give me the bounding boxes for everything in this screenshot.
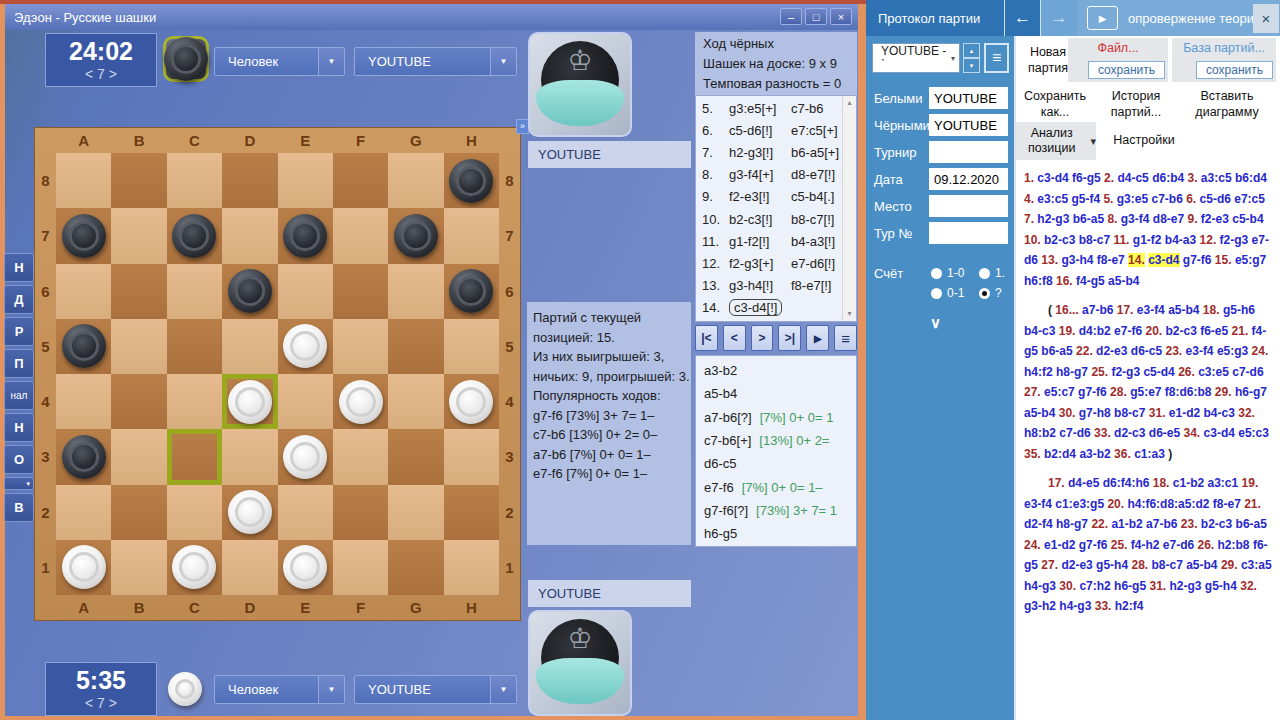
forward-arrow-button[interactable]: → xyxy=(1041,0,1077,36)
notation-move[interactable]: a3:c1 xyxy=(1207,476,1238,490)
square-g4[interactable] xyxy=(388,374,443,429)
square-a7[interactable] xyxy=(56,208,111,263)
notation-move[interactable]: g7-f6 xyxy=(1078,385,1107,399)
maximize-button[interactable]: □ xyxy=(805,8,827,25)
notation-move[interactable]: g7-f6 xyxy=(1079,538,1108,552)
menu-icon[interactable]: ≡ xyxy=(984,43,1009,73)
notation-move[interactable]: h2:f4 xyxy=(1115,599,1144,613)
notation-move[interactable]: g5-f4 xyxy=(1071,192,1100,206)
notation-move[interactable]: d2-f4 xyxy=(1024,517,1053,531)
square-d7[interactable] xyxy=(222,208,277,263)
notation-move[interactable]: f6-e5 xyxy=(1200,324,1228,338)
notation-move[interactable]: g3:e5 xyxy=(1117,192,1148,206)
notation-move[interactable]: b8-c7 xyxy=(1151,558,1182,572)
spin-up-button[interactable]: ▲ xyxy=(963,43,980,58)
notation-move[interactable]: f2-g3 xyxy=(1111,365,1140,379)
notation-move[interactable]: d2-e3 xyxy=(1096,344,1127,358)
black-checker-e7[interactable] xyxy=(283,214,327,258)
notation-move[interactable]: g5-h4 xyxy=(1096,558,1128,572)
square-g6[interactable] xyxy=(388,264,443,319)
black-checker-a7[interactable] xyxy=(62,214,106,258)
crown-icon: ♔ xyxy=(530,624,630,654)
square-b8[interactable] xyxy=(111,153,166,208)
notation-move[interactable]: d8-e7 xyxy=(1153,212,1184,226)
face-mask-icon xyxy=(536,80,624,126)
notation-move[interactable]: f6-g5 xyxy=(1072,171,1101,185)
notation-move[interactable]: e3-f4 xyxy=(1186,344,1214,358)
notation-move[interactable]: e5:g7 xyxy=(1235,253,1266,267)
square-c2[interactable] xyxy=(167,485,222,540)
whites-field[interactable] xyxy=(929,87,1008,109)
radio-icon[interactable] xyxy=(979,288,990,299)
square-g5[interactable] xyxy=(388,319,443,374)
square-h4[interactable] xyxy=(444,374,499,429)
square-f7[interactable] xyxy=(333,208,388,263)
move-list-scrollbar[interactable]: ▴ ▾ xyxy=(842,96,856,321)
radio-icon[interactable] xyxy=(931,288,942,299)
toolbar-button-6-О[interactable]: О xyxy=(4,445,34,474)
notation-move[interactable]: h4-g3 xyxy=(1059,599,1091,613)
square-d5[interactable] xyxy=(222,319,277,374)
notation-move[interactable]: a7-b6 xyxy=(1146,517,1177,531)
notation-move[interactable]: c3-d4 xyxy=(1204,426,1235,440)
notation-move[interactable]: a5-b4 xyxy=(1168,303,1199,317)
square-f3[interactable] xyxy=(333,429,388,484)
square-h2[interactable] xyxy=(444,485,499,540)
notation-move[interactable]: e5:c3 xyxy=(1238,426,1269,440)
white-move[interactable]: g3-h4[!] xyxy=(729,278,791,293)
rank-label-right-4: 4 xyxy=(499,374,520,429)
white-move[interactable]: c3-d4[!] xyxy=(729,299,782,316)
notation-move[interactable]: h2-g3 xyxy=(1037,212,1069,226)
notation-move[interactable]: e7:c5 xyxy=(1234,192,1265,206)
radio-icon[interactable] xyxy=(979,268,990,279)
square-e3[interactable] xyxy=(278,429,333,484)
candidate-stats: [7%] 0+ 0= 1– xyxy=(742,480,823,495)
candidate-move[interactable]: e7-f6[7%] 0+ 0= 1– xyxy=(704,475,856,498)
white-move[interactable]: f2-g3[+] xyxy=(729,256,791,271)
square-h3[interactable] xyxy=(444,429,499,484)
square-f8[interactable] xyxy=(333,153,388,208)
square-g1[interactable] xyxy=(388,540,443,595)
notation-move[interactable]: h8-g7 xyxy=(1056,365,1088,379)
notation-move[interactable]: d6-c5 xyxy=(1131,344,1162,358)
notation-move[interactable]: b2-c3 xyxy=(1201,517,1232,531)
notation-move[interactable]: f4-g5 xyxy=(1076,274,1105,288)
notation-move[interactable]: h6:f8 xyxy=(1024,274,1053,288)
back-arrow-button[interactable]: ← xyxy=(1005,0,1041,36)
square-h1[interactable] xyxy=(444,540,499,595)
square-e1[interactable] xyxy=(278,540,333,595)
square-a5[interactable] xyxy=(56,319,111,374)
notation-move[interactable]: f4-h2 xyxy=(1131,538,1160,552)
notation-move[interactable]: c7-b6 xyxy=(1151,192,1182,206)
toolbar-button-1-Д[interactable]: Д xyxy=(4,285,34,314)
notation-move[interactable]: h6-g7 xyxy=(1235,385,1267,399)
square-a8[interactable] xyxy=(56,153,111,208)
notation-move[interactable]: e3-f4 xyxy=(1024,497,1052,511)
notation-move[interactable]: a7-b6 xyxy=(1082,303,1113,317)
square-e5[interactable] xyxy=(278,319,333,374)
notation-move[interactable]: c7-d6 xyxy=(1059,426,1090,440)
square-d3[interactable] xyxy=(222,429,277,484)
white-move[interactable]: f2-e3[!] xyxy=(729,189,791,204)
protocol-titlebar: Протокол партии ← → ▶ опровержение теори… xyxy=(866,0,1280,36)
white-checker-e5[interactable] xyxy=(283,324,327,368)
notation-move[interactable]: a5-b4 xyxy=(1024,406,1055,420)
notation-move[interactable]: c5-d4 xyxy=(1143,365,1174,379)
black-move[interactable]: e7:c5[+] xyxy=(791,123,842,138)
candidate-move[interactable]: h6-g5 xyxy=(704,522,856,545)
score-option-0-1[interactable]: 0-1 xyxy=(931,286,979,300)
notation-move[interactable]: b2:d4 xyxy=(1044,447,1076,461)
square-f5[interactable] xyxy=(333,319,388,374)
square-c4[interactable] xyxy=(167,374,222,429)
toolbar-button-0-Н[interactable]: Н xyxy=(4,253,34,282)
square-h7[interactable] xyxy=(444,208,499,263)
black-checker-g7[interactable] xyxy=(394,214,438,258)
toolbar-button-2-Р[interactable]: Р xyxy=(4,317,34,346)
move-number: 9. xyxy=(696,189,729,204)
move-row: 10.b2-c3[!]b8-c7[!] xyxy=(696,208,842,230)
white-move[interactable]: g1-f2[!] xyxy=(729,234,791,249)
notation-move[interactable]: c1:e3:g5 xyxy=(1055,497,1104,511)
save-as-button[interactable]: Сохранить как... xyxy=(1016,88,1094,120)
notation-move[interactable]: d6:b4 xyxy=(1152,171,1184,185)
notation-move[interactable]: b4-c3 xyxy=(1204,406,1235,420)
notation-move[interactable]: d4-c5 xyxy=(1117,171,1148,185)
notation-move[interactable]: a3:c5 xyxy=(1201,171,1232,185)
notation-move[interactable]: b8-c7 xyxy=(1079,233,1110,247)
square-d8[interactable] xyxy=(222,153,277,208)
square-c6[interactable] xyxy=(167,264,222,319)
white-checker-h4[interactable] xyxy=(449,380,493,424)
scroll-down-icon[interactable]: ▾ xyxy=(847,307,851,321)
round-field[interactable] xyxy=(929,222,1008,244)
square-e2[interactable] xyxy=(278,485,333,540)
white-move[interactable]: h2-g3[!] xyxy=(729,145,791,160)
white-move[interactable]: b2-c3[!] xyxy=(729,212,791,227)
spin-down-button[interactable]: ▼ xyxy=(963,58,980,73)
black-move[interactable]: b6-a5[+] xyxy=(791,145,842,160)
rank-label-left-4: 4 xyxy=(35,374,56,429)
bottom-clock-nav[interactable]: < 7 > xyxy=(46,695,156,711)
notation-move[interactable]: h4-g3 xyxy=(1024,579,1056,593)
file-label-top-h: H xyxy=(444,128,499,153)
square-e7[interactable] xyxy=(278,208,333,263)
scroll-up-icon[interactable]: ▴ xyxy=(847,96,851,110)
notation-move[interactable]: g7-h8 xyxy=(1079,406,1111,420)
notation-move[interactable]: f2-e3 xyxy=(1201,212,1229,226)
file-menu-button[interactable]: Файл... xyxy=(1068,41,1168,55)
notation-move-number: 28. xyxy=(1110,385,1127,399)
black-checker-c7[interactable] xyxy=(172,214,216,258)
analysis-button[interactable]: Анализ позиции ▾ xyxy=(1016,122,1096,160)
notation-move[interactable]: c3:a5 xyxy=(1241,558,1272,572)
square-h6[interactable] xyxy=(444,264,499,319)
notation-move[interactable]: f8-e7 xyxy=(1213,497,1241,511)
notation-move[interactable]: d6-e5 xyxy=(1149,426,1180,440)
radio-icon[interactable] xyxy=(931,268,942,279)
notation-move[interactable]: c3:e5 xyxy=(1198,365,1229,379)
square-f2[interactable] xyxy=(333,485,388,540)
chevron-down-icon[interactable]: ▼ xyxy=(318,48,344,75)
square-b7[interactable] xyxy=(111,208,166,263)
square-e8[interactable] xyxy=(278,153,333,208)
nav-next-button[interactable]: > xyxy=(751,325,774,351)
notation-move[interactable]: d2-e3 xyxy=(1061,558,1092,572)
notation-move[interactable]: b6:d4 xyxy=(1235,171,1267,185)
notation-move[interactable]: f8-e7 xyxy=(1097,253,1125,267)
square-c7[interactable] xyxy=(167,208,222,263)
notation-move[interactable]: h8-g7 xyxy=(1056,517,1088,531)
notation-move[interactable]: b2-c3 xyxy=(1044,233,1075,247)
toolbar-button-3-П[interactable]: П xyxy=(4,349,34,378)
file-label-bottom-f: F xyxy=(333,595,388,620)
nav-play-button[interactable]: ▶ xyxy=(806,325,829,351)
chevron-down-icon[interactable]: ▼ xyxy=(318,676,344,703)
square-d4[interactable] xyxy=(222,374,277,429)
notation-move[interactable]: g5-h4 xyxy=(1205,579,1237,593)
notation-move[interactable]: d4-e5 xyxy=(1068,476,1099,490)
square-d1[interactable] xyxy=(222,540,277,595)
notation-move[interactable]: d2-c3 xyxy=(1114,426,1145,440)
bottom-player-type-select[interactable]: Человек ▼ xyxy=(214,675,345,704)
notation-move[interactable]: e1-d2 xyxy=(1169,406,1200,420)
square-g8[interactable] xyxy=(388,153,443,208)
notation-move[interactable]: c7-d6 xyxy=(1232,365,1263,379)
notation-move[interactable]: c5-d6 xyxy=(1200,192,1231,206)
square-f1[interactable] xyxy=(333,540,388,595)
notation-move[interactable]: g3-h2 xyxy=(1024,599,1056,613)
top-player-name-select[interactable]: YOUTUBE ▼ xyxy=(354,47,517,76)
black-move[interactable]: b4-a3[!] xyxy=(791,234,842,249)
date-field[interactable] xyxy=(929,168,1008,190)
insert-diagram-button[interactable]: Вставить диаграмму xyxy=(1180,88,1274,120)
square-d2[interactable] xyxy=(222,485,277,540)
candidate-move[interactable]: a7-b6[?][7%] 0+ 0= 1 xyxy=(704,406,856,429)
notation-move-number: 26. xyxy=(1178,365,1195,379)
square-a4[interactable] xyxy=(56,374,111,429)
place-field[interactable] xyxy=(929,195,1008,217)
move-row: 8.g3-f4[+]d8-e7[!] xyxy=(696,164,842,186)
square-c5[interactable] xyxy=(167,319,222,374)
square-f6[interactable] xyxy=(333,264,388,319)
square-b5[interactable] xyxy=(111,319,166,374)
white-move[interactable]: g3-f4[+] xyxy=(729,167,791,182)
notation-move[interactable]: g5-h6 xyxy=(1223,303,1255,317)
candidate-move[interactable]: a5-b4 xyxy=(704,382,856,405)
notation-move[interactable]: c3-d4 xyxy=(1037,171,1068,185)
square-h8[interactable] xyxy=(444,153,499,208)
chevron-down-icon[interactable]: ∨ xyxy=(930,314,1014,332)
close-button[interactable]: × xyxy=(830,8,852,25)
candidate-move[interactable]: a3-b2 xyxy=(704,359,856,382)
notation-move[interactable]: g7-f6 xyxy=(1183,253,1212,267)
notation-move[interactable]: e5:g3 xyxy=(1217,344,1248,358)
square-c8[interactable] xyxy=(167,153,222,208)
notation-move[interactable]: g3-h4 xyxy=(1061,253,1093,267)
notation-move[interactable]: e7-d6 xyxy=(1163,538,1194,552)
place-label: Место xyxy=(874,199,929,214)
black-checker-h6[interactable] xyxy=(449,269,493,313)
notation-move[interactable]: a1-b2 xyxy=(1111,517,1142,531)
black-checker-a5[interactable] xyxy=(62,324,106,368)
notation-move-number: 29. xyxy=(1221,558,1238,572)
field-row-place: Место xyxy=(874,195,1008,217)
notation-move[interactable]: h6-g5 xyxy=(1114,579,1146,593)
toolbar-button-4-нал[interactable]: нал xyxy=(4,381,34,410)
square-b3[interactable] xyxy=(111,429,166,484)
notation-move[interactable]: h2:b8 xyxy=(1218,538,1250,552)
left-vertical-toolbar: НДРПналНО▾В xyxy=(4,253,34,525)
notation-move[interactable]: e7-f6 xyxy=(1114,324,1142,338)
toolbar-dropdown-strip[interactable]: ▾ xyxy=(4,477,34,490)
file-save-button[interactable]: сохранить xyxy=(1088,61,1165,79)
candidate-move[interactable]: c7-b6[+][13%] 0+ 2= xyxy=(704,429,856,452)
notation-move[interactable]: f2-g3 xyxy=(1220,233,1249,247)
blacks-label: Чёрными xyxy=(874,118,929,133)
top-player-type-select[interactable]: Человек ▼ xyxy=(214,47,345,76)
notation-move[interactable]: g3-f4 xyxy=(1121,212,1150,226)
tournament-field[interactable] xyxy=(929,141,1008,163)
notation-move[interactable]: e1-d2 xyxy=(1044,538,1075,552)
white-checker-a1[interactable] xyxy=(62,545,106,589)
notation-move[interactable]: b8-c7 xyxy=(1114,406,1145,420)
black-checker-a3[interactable] xyxy=(62,435,106,479)
square-a3[interactable] xyxy=(56,429,111,484)
square-c3[interactable] xyxy=(167,429,222,484)
square-g7[interactable] xyxy=(388,208,443,263)
square-e4[interactable] xyxy=(278,374,333,429)
black-move[interactable]: b8-c7[!] xyxy=(791,212,842,227)
notation-move[interactable]: h2-g3 xyxy=(1169,579,1201,593)
notation-move[interactable]: b6-a5 xyxy=(1073,212,1104,226)
database-save-button[interactable]: сохранить xyxy=(1196,61,1273,79)
file-label-bottom-d: D xyxy=(222,595,277,620)
history-button[interactable]: История партий... xyxy=(1096,88,1176,120)
notation-move[interactable]: b2-c3 xyxy=(1165,324,1196,338)
square-g2[interactable] xyxy=(388,485,443,540)
notation-move[interactable]: g1-f2 xyxy=(1133,233,1162,247)
black-move[interactable]: c5-b4[.] xyxy=(791,189,842,204)
square-a2[interactable] xyxy=(56,485,111,540)
move-number: 12. xyxy=(696,256,729,271)
square-h5[interactable] xyxy=(444,319,499,374)
nav-prev-button[interactable]: < xyxy=(723,325,746,351)
stats-line: g7-f6 [73%] 3+ 7= 1– xyxy=(533,406,691,426)
notation-move[interactable]: c7:h2 xyxy=(1079,579,1110,593)
black-checker-h8[interactable] xyxy=(449,159,493,203)
square-b6[interactable] xyxy=(111,264,166,319)
notation-move[interactable]: c1:a3 xyxy=(1134,447,1165,461)
white-checker-c1[interactable] xyxy=(172,545,216,589)
notation-move[interactable]: e3:c5 xyxy=(1037,192,1068,206)
square-g3[interactable] xyxy=(388,429,443,484)
analysis-label: Анализ позиции xyxy=(1016,126,1087,156)
nav-first-button[interactable]: |< xyxy=(695,325,718,351)
white-checker-f4[interactable] xyxy=(339,380,383,424)
notation-move[interactable]: c3-d4 xyxy=(1148,253,1179,267)
candidate-move[interactable]: g7-f6[?][73%] 3+ 7= 1 xyxy=(704,499,856,522)
nav-menu-button[interactable]: ≡ xyxy=(834,325,857,351)
notation-move[interactable]: h8:b2 xyxy=(1024,426,1056,440)
score-option-1-0[interactable]: 1-0 xyxy=(931,266,979,280)
white-move[interactable]: g3:e5[+] xyxy=(729,101,791,116)
candidate-move[interactable]: d6-c5 xyxy=(704,452,856,475)
square-b4[interactable] xyxy=(111,374,166,429)
score-option-1.[interactable]: 1. xyxy=(979,266,1015,280)
notation-move[interactable]: c5-b4 xyxy=(1232,212,1263,226)
settings-button[interactable]: Настройки xyxy=(1108,132,1180,148)
notation-move[interactable]: f8:d6:b8 xyxy=(1165,385,1212,399)
square-b1[interactable] xyxy=(111,540,166,595)
notation-move[interactable]: c1-b2 xyxy=(1173,476,1204,490)
notation-move[interactable]: a5-b4 xyxy=(1186,558,1217,572)
square-a6[interactable] xyxy=(56,264,111,319)
stats-line: Партий с текущей xyxy=(533,308,691,328)
database-menu-button[interactable]: База партий... xyxy=(1172,41,1276,55)
toolbar-button-5-Н[interactable]: Н xyxy=(4,413,34,442)
white-move[interactable]: c5-d6[!] xyxy=(729,123,791,138)
white-checker-d4[interactable] xyxy=(228,380,272,424)
notation-move[interactable]: g5:e7 xyxy=(1130,385,1161,399)
square-a1[interactable] xyxy=(56,540,111,595)
play-button[interactable]: ▶ xyxy=(1087,6,1118,30)
notation-move[interactable]: h4:f6:d8:a5:d2 xyxy=(1127,497,1209,511)
chevron-down-icon[interactable]: ▼ xyxy=(490,48,516,75)
white-checker-e3[interactable] xyxy=(283,435,327,479)
notation-move[interactable]: e5:c7 xyxy=(1044,385,1075,399)
position-statistics-panel: Партий с текущейпозицией: 15.Из них выиг… xyxy=(527,302,691,545)
notation-move[interactable]: d6:f4:h6 xyxy=(1103,476,1150,490)
black-checker-d6[interactable] xyxy=(228,269,272,313)
square-f4[interactable] xyxy=(333,374,388,429)
toolbar-button-8-В[interactable]: В xyxy=(4,493,34,522)
square-c1[interactable] xyxy=(167,540,222,595)
notation-move[interactable]: b4-a3 xyxy=(1165,233,1196,247)
top-clock-nav[interactable]: < 7 > xyxy=(46,66,156,82)
white-checker-d2[interactable] xyxy=(228,490,272,534)
nav-last-button[interactable]: >| xyxy=(778,325,801,351)
black-move[interactable]: e7-d6[!] xyxy=(791,256,842,271)
blacks-field[interactable] xyxy=(929,114,1008,136)
square-e6[interactable] xyxy=(278,264,333,319)
notation-move[interactable]: a5-b4 xyxy=(1108,274,1139,288)
white-checker-e1[interactable] xyxy=(283,545,327,589)
notation-move[interactable]: h4:f2 xyxy=(1024,365,1053,379)
notation-move[interactable]: e3-f4 xyxy=(1137,303,1165,317)
game-selector-dropdown[interactable]: YOUTUBE - ` ▾ xyxy=(872,43,960,73)
notation-move[interactable]: a3-b2 xyxy=(1079,447,1110,461)
score-option-?[interactable]: ? xyxy=(979,286,1015,300)
chevron-down-icon[interactable]: ▼ xyxy=(490,676,516,703)
minimize-button[interactable]: – xyxy=(780,8,802,25)
bottom-player-name-select[interactable]: YOUTUBE ▼ xyxy=(354,675,517,704)
black-move[interactable]: f8-e7[!] xyxy=(791,278,842,293)
black-move[interactable]: c7-b6 xyxy=(791,101,842,116)
notation-move[interactable]: b6-a5 xyxy=(1041,344,1072,358)
move-row: 14.c3-d4[!] xyxy=(696,297,842,319)
notation-move[interactable]: b6-a5 xyxy=(1236,517,1267,531)
black-move[interactable]: d8-e7[!] xyxy=(791,167,842,182)
notation-move[interactable]: d4:b2 xyxy=(1079,324,1111,338)
square-d6[interactable] xyxy=(222,264,277,319)
notation-move[interactable]: b4-c3 xyxy=(1024,324,1055,338)
field-row-blacks: Чёрными xyxy=(874,114,1008,136)
close-icon[interactable]: × xyxy=(1253,4,1279,33)
square-b2[interactable] xyxy=(111,485,166,540)
